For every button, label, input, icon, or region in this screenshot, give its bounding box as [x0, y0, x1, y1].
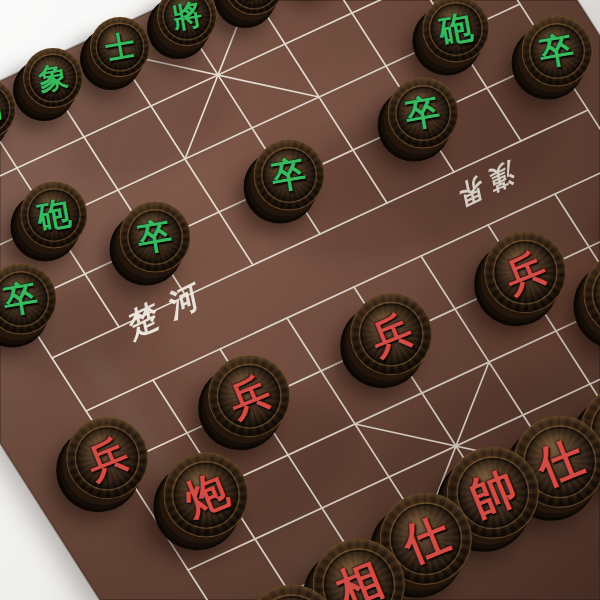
pieces-layer: 車馬象士將士象馬車砲砲卒卒卒卒卒兵兵兵兵兵炮炮車馬相仕帥仕相馬車 [0, 0, 600, 600]
piece-red-cannon[interactable]: 炮 [163, 452, 248, 537]
piece-green-soldier[interactable]: 卒 [254, 140, 325, 211]
piece-green-elephant[interactable]: 象 [23, 48, 83, 108]
piece-green-soldier[interactable]: 卒 [120, 202, 191, 273]
piece-green-soldier[interactable]: 卒 [522, 16, 593, 87]
photo-scene: 楚河漢界 車馬象士將士象馬車砲砲卒卒卒卒卒兵兵兵兵兵炮炮車馬相仕帥仕相馬車 [0, 0, 600, 600]
piece-red-soldier[interactable]: 兵 [208, 355, 290, 437]
piece-green-soldier[interactable]: 卒 [388, 78, 459, 149]
piece-green-advisor[interactable]: 士 [224, 0, 284, 15]
piece-green-general[interactable]: 將 [157, 0, 217, 46]
piece-green-cannon[interactable]: 砲 [422, 0, 489, 63]
piece-red-soldier[interactable]: 兵 [66, 417, 148, 499]
piece-green-advisor[interactable]: 士 [90, 17, 150, 77]
piece-red-cannon[interactable]: 炮 [583, 251, 600, 336]
piece-red-soldier[interactable]: 兵 [484, 231, 566, 313]
piece-green-soldier[interactable]: 卒 [0, 264, 56, 335]
piece-green-horse[interactable]: 馬 [0, 79, 16, 139]
piece-red-soldier[interactable]: 兵 [350, 293, 432, 375]
piece-green-cannon[interactable]: 砲 [20, 181, 87, 248]
